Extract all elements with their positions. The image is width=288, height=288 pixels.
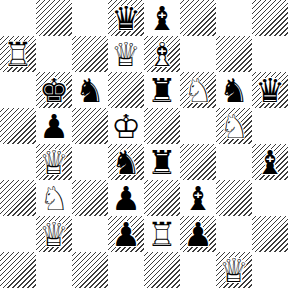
square-h5[interactable]	[252, 108, 288, 144]
white-rook-icon: ♜♖	[0, 36, 36, 72]
square-c5[interactable]	[72, 108, 108, 144]
black-rook-icon: ♜♜	[144, 144, 180, 180]
piece-glyph: ♞	[216, 72, 252, 108]
square-e5[interactable]	[144, 108, 180, 144]
square-a5[interactable]	[0, 108, 36, 144]
square-h7[interactable]	[252, 36, 288, 72]
square-c1[interactable]	[72, 252, 108, 288]
square-g7[interactable]	[216, 36, 252, 72]
square-d5[interactable]: ♚♔	[108, 108, 144, 144]
square-g6[interactable]: ♞♞	[216, 72, 252, 108]
square-c4[interactable]	[72, 144, 108, 180]
square-b8[interactable]	[36, 0, 72, 36]
square-a8[interactable]	[0, 0, 36, 36]
square-e4[interactable]: ♜♜	[144, 144, 180, 180]
white-knight-icon: ♞♘	[216, 108, 252, 144]
white-bishop-icon: ♝♗	[144, 36, 180, 72]
piece-glyph: ♞	[108, 144, 144, 180]
square-f8[interactable]	[180, 0, 216, 36]
square-d8[interactable]: ♛♛	[108, 0, 144, 36]
white-knight-icon: ♞♘	[36, 180, 72, 216]
square-c7[interactable]	[72, 36, 108, 72]
square-a2[interactable]	[0, 216, 36, 252]
white-rook-icon: ♜♖	[144, 216, 180, 252]
square-b5[interactable]: ♟♟	[36, 108, 72, 144]
square-a4[interactable]	[0, 144, 36, 180]
black-bishop-icon: ♝♝	[144, 0, 180, 36]
square-h2[interactable]	[252, 216, 288, 252]
square-h4[interactable]: ♝♝	[252, 144, 288, 180]
white-queen-icon: ♛♕	[36, 216, 72, 252]
square-d3[interactable]: ♟♟	[108, 180, 144, 216]
square-g3[interactable]	[216, 180, 252, 216]
piece-glyph: ♝	[180, 180, 216, 216]
square-h3[interactable]	[252, 180, 288, 216]
piece-glyph: ♚	[36, 72, 72, 108]
black-bishop-icon: ♝♝	[180, 180, 216, 216]
square-a3[interactable]	[0, 180, 36, 216]
piece-glyph: ♟	[180, 216, 216, 252]
piece-glyph: ♖	[144, 216, 180, 252]
piece-glyph: ♖	[0, 36, 36, 72]
square-h1[interactable]	[252, 252, 288, 288]
square-g4[interactable]	[216, 144, 252, 180]
square-e3[interactable]	[144, 180, 180, 216]
square-e7[interactable]: ♝♗	[144, 36, 180, 72]
piece-glyph: ♘	[216, 108, 252, 144]
square-f6[interactable]: ♞♘	[180, 72, 216, 108]
piece-glyph: ♜	[144, 144, 180, 180]
square-d4[interactable]: ♞♞	[108, 144, 144, 180]
piece-glyph: ♛	[108, 0, 144, 36]
square-g8[interactable]	[216, 0, 252, 36]
piece-glyph: ♗	[144, 36, 180, 72]
square-b6[interactable]: ♚♚	[36, 72, 72, 108]
black-pawn-icon: ♟♟	[36, 108, 72, 144]
white-knight-icon: ♞♘	[180, 72, 216, 108]
black-bishop-icon: ♝♝	[252, 144, 288, 180]
square-c6[interactable]: ♞♞	[72, 72, 108, 108]
piece-glyph: ♕	[36, 144, 72, 180]
square-b4[interactable]: ♛♕	[36, 144, 72, 180]
piece-glyph: ♟	[36, 108, 72, 144]
piece-glyph: ♕	[36, 216, 72, 252]
square-c2[interactable]	[72, 216, 108, 252]
chess-diagram: ♛♛♝♝♜♖♛♕♝♗♚♚♞♞♜♜♞♘♞♞♛♛♟♟♚♔♞♘♛♕♞♞♜♜♝♝♞♘♟♟…	[0, 0, 288, 288]
square-f3[interactable]: ♝♝	[180, 180, 216, 216]
white-queen-icon: ♛♕	[108, 36, 144, 72]
square-d1[interactable]	[108, 252, 144, 288]
piece-glyph: ♜	[144, 72, 180, 108]
square-g1[interactable]: ♛♕	[216, 252, 252, 288]
square-c8[interactable]	[72, 0, 108, 36]
square-g5[interactable]: ♞♘	[216, 108, 252, 144]
square-c3[interactable]	[72, 180, 108, 216]
square-e2[interactable]: ♜♖	[144, 216, 180, 252]
square-b1[interactable]	[36, 252, 72, 288]
piece-glyph: ♟	[108, 180, 144, 216]
piece-glyph: ♘	[36, 180, 72, 216]
piece-glyph: ♝	[144, 0, 180, 36]
square-e8[interactable]: ♝♝	[144, 0, 180, 36]
square-b3[interactable]: ♞♘	[36, 180, 72, 216]
black-pawn-icon: ♟♟	[108, 180, 144, 216]
square-e6[interactable]: ♜♜	[144, 72, 180, 108]
white-king-icon: ♚♔	[108, 108, 144, 144]
black-pawn-icon: ♟♟	[180, 216, 216, 252]
black-knight-icon: ♞♞	[108, 144, 144, 180]
white-queen-icon: ♛♕	[36, 144, 72, 180]
square-a7[interactable]: ♜♖	[0, 36, 36, 72]
square-h6[interactable]: ♛♛	[252, 72, 288, 108]
piece-glyph: ♛	[252, 72, 288, 108]
piece-glyph: ♕	[108, 36, 144, 72]
square-d6[interactable]	[108, 72, 144, 108]
piece-glyph: ♝	[252, 144, 288, 180]
black-king-icon: ♚♚	[36, 72, 72, 108]
black-knight-icon: ♞♞	[72, 72, 108, 108]
square-h8[interactable]	[252, 0, 288, 36]
square-d7[interactable]: ♛♕	[108, 36, 144, 72]
piece-glyph: ♞	[72, 72, 108, 108]
square-f5[interactable]	[180, 108, 216, 144]
square-b7[interactable]	[36, 36, 72, 72]
square-f1[interactable]	[180, 252, 216, 288]
square-f4[interactable]	[180, 144, 216, 180]
piece-glyph: ♘	[180, 72, 216, 108]
square-e1[interactable]	[144, 252, 180, 288]
square-b2[interactable]: ♛♕	[36, 216, 72, 252]
piece-glyph: ♔	[108, 108, 144, 144]
square-a6[interactable]	[0, 72, 36, 108]
black-queen-icon: ♛♛	[108, 0, 144, 36]
black-rook-icon: ♜♜	[144, 72, 180, 108]
black-knight-icon: ♞♞	[216, 72, 252, 108]
piece-glyph: ♟	[108, 216, 144, 252]
square-g2[interactable]	[216, 216, 252, 252]
square-d2[interactable]: ♟♟	[108, 216, 144, 252]
square-f7[interactable]	[180, 36, 216, 72]
chess-board: ♛♛♝♝♜♖♛♕♝♗♚♚♞♞♜♜♞♘♞♞♛♛♟♟♚♔♞♘♛♕♞♞♜♜♝♝♞♘♟♟…	[0, 0, 288, 288]
black-queen-icon: ♛♛	[252, 72, 288, 108]
black-pawn-icon: ♟♟	[108, 216, 144, 252]
square-f2[interactable]: ♟♟	[180, 216, 216, 252]
white-queen-icon: ♛♕	[216, 252, 252, 288]
piece-glyph: ♕	[216, 252, 252, 288]
square-a1[interactable]	[0, 252, 36, 288]
